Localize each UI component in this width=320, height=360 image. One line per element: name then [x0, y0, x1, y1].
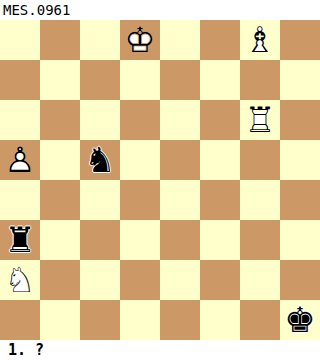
white-knight[interactable]: ♞♘: [0, 260, 40, 300]
square-a4[interactable]: [0, 180, 40, 220]
square-g2[interactable]: [240, 260, 280, 300]
square-b5[interactable]: [40, 140, 80, 180]
square-c7[interactable]: [80, 60, 120, 100]
square-a2[interactable]: ♞♘: [0, 260, 40, 300]
square-h3[interactable]: [280, 220, 320, 260]
square-h1[interactable]: ♚: [280, 300, 320, 340]
square-f5[interactable]: [200, 140, 240, 180]
square-h5[interactable]: [280, 140, 320, 180]
square-f7[interactable]: [200, 60, 240, 100]
black-king[interactable]: ♚: [280, 300, 320, 340]
square-c6[interactable]: [80, 100, 120, 140]
square-b1[interactable]: [40, 300, 80, 340]
square-e3[interactable]: [160, 220, 200, 260]
square-e6[interactable]: [160, 100, 200, 140]
square-g4[interactable]: [240, 180, 280, 220]
square-a6[interactable]: [0, 100, 40, 140]
square-f3[interactable]: [200, 220, 240, 260]
square-g8[interactable]: ♝♗: [240, 20, 280, 60]
square-e4[interactable]: [160, 180, 200, 220]
square-c1[interactable]: [80, 300, 120, 340]
square-d8[interactable]: ♚♔: [120, 20, 160, 60]
square-a1[interactable]: [0, 300, 40, 340]
square-g3[interactable]: [240, 220, 280, 260]
square-d6[interactable]: [120, 100, 160, 140]
square-g7[interactable]: [240, 60, 280, 100]
square-e2[interactable]: [160, 260, 200, 300]
square-e5[interactable]: [160, 140, 200, 180]
diagram-title: MES.0961: [0, 0, 320, 20]
square-g1[interactable]: [240, 300, 280, 340]
square-f2[interactable]: [200, 260, 240, 300]
square-c5[interactable]: ♞: [80, 140, 120, 180]
white-rook[interactable]: ♜♖: [240, 100, 280, 140]
square-a7[interactable]: [0, 60, 40, 100]
square-f4[interactable]: [200, 180, 240, 220]
square-d7[interactable]: [120, 60, 160, 100]
move-prompt: 1. ?: [0, 340, 320, 360]
square-h7[interactable]: [280, 60, 320, 100]
square-a5[interactable]: ♟♙: [0, 140, 40, 180]
square-c8[interactable]: [80, 20, 120, 60]
square-f1[interactable]: [200, 300, 240, 340]
square-d4[interactable]: [120, 180, 160, 220]
white-bishop[interactable]: ♝♗: [240, 20, 280, 60]
square-c3[interactable]: [80, 220, 120, 260]
square-h4[interactable]: [280, 180, 320, 220]
black-rook[interactable]: ♜: [0, 220, 40, 260]
square-h8[interactable]: [280, 20, 320, 60]
black-knight[interactable]: ♞: [80, 140, 120, 180]
square-d1[interactable]: [120, 300, 160, 340]
square-d3[interactable]: [120, 220, 160, 260]
square-e8[interactable]: [160, 20, 200, 60]
square-g6[interactable]: ♜♖: [240, 100, 280, 140]
square-g5[interactable]: [240, 140, 280, 180]
square-b6[interactable]: [40, 100, 80, 140]
square-b8[interactable]: [40, 20, 80, 60]
square-f8[interactable]: [200, 20, 240, 60]
chess-board: ♚♔♝♗♜♖♟♙♞♜♞♘♚: [0, 20, 320, 340]
square-b3[interactable]: [40, 220, 80, 260]
white-pawn[interactable]: ♟♙: [0, 140, 40, 180]
square-b4[interactable]: [40, 180, 80, 220]
square-c2[interactable]: [80, 260, 120, 300]
square-d2[interactable]: [120, 260, 160, 300]
square-c4[interactable]: [80, 180, 120, 220]
square-d5[interactable]: [120, 140, 160, 180]
square-e1[interactable]: [160, 300, 200, 340]
square-e7[interactable]: [160, 60, 200, 100]
white-king[interactable]: ♚♔: [120, 20, 160, 60]
header-bar: MES.0961: [0, 0, 320, 20]
footer-bar: 1. ?: [0, 340, 320, 360]
square-h6[interactable]: [280, 100, 320, 140]
square-a3[interactable]: ♜: [0, 220, 40, 260]
square-b7[interactable]: [40, 60, 80, 100]
square-h2[interactable]: [280, 260, 320, 300]
square-b2[interactable]: [40, 260, 80, 300]
square-f6[interactable]: [200, 100, 240, 140]
square-a8[interactable]: [0, 20, 40, 60]
